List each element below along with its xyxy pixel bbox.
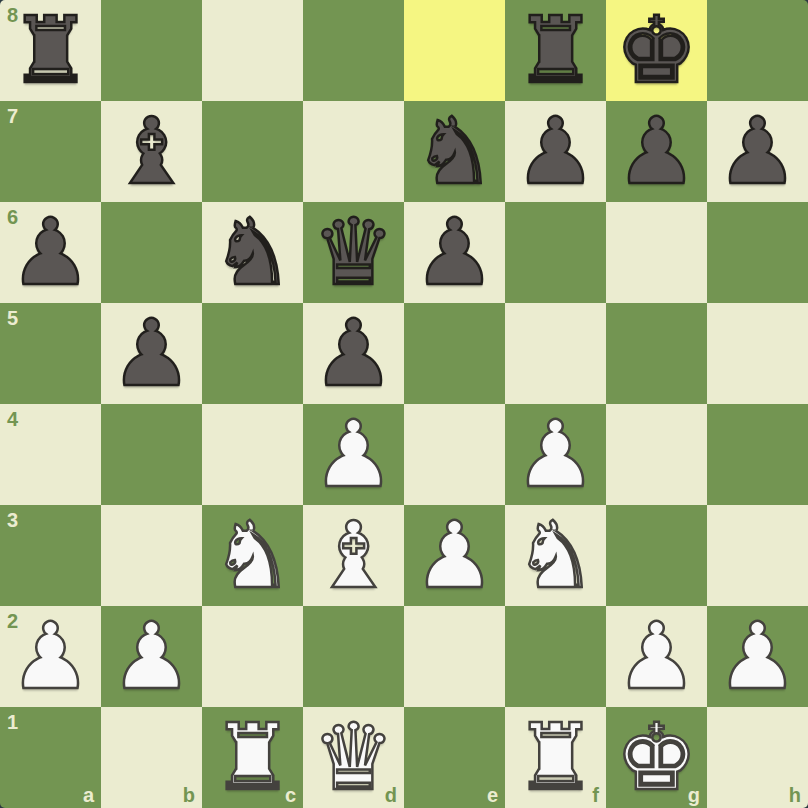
square-a2[interactable]: 2♟ <box>0 606 101 707</box>
square-f3[interactable]: ♞ <box>505 505 606 606</box>
square-c4[interactable] <box>202 404 303 505</box>
black-king-g8[interactable]: ♚ <box>606 0 707 101</box>
white-pawn-g2[interactable]: ♟ <box>606 606 707 707</box>
square-h7[interactable]: ♟ <box>707 101 808 202</box>
square-c6[interactable]: ♞ <box>202 202 303 303</box>
square-e3[interactable]: ♟ <box>404 505 505 606</box>
square-d3[interactable]: ♝ <box>303 505 404 606</box>
black-knight-e7[interactable]: ♞ <box>404 101 505 202</box>
square-c8[interactable] <box>202 0 303 101</box>
square-h3[interactable] <box>707 505 808 606</box>
square-h8[interactable] <box>707 0 808 101</box>
square-h4[interactable] <box>707 404 808 505</box>
square-d5[interactable]: ♟ <box>303 303 404 404</box>
black-bishop-b7[interactable]: ♝ <box>101 101 202 202</box>
file-label-e: e <box>487 784 498 807</box>
chess-board: 8♜♜♚7♝♞♟♟♟6♟♞♛♟5♟♟4♟♟3♞♝♟♞2♟♟♟♟1abc♜d♛ef… <box>0 0 808 808</box>
square-c3[interactable]: ♞ <box>202 505 303 606</box>
square-e8[interactable] <box>404 0 505 101</box>
black-pawn-f7[interactable]: ♟ <box>505 101 606 202</box>
square-g4[interactable] <box>606 404 707 505</box>
white-pawn-b2[interactable]: ♟ <box>101 606 202 707</box>
square-b8[interactable] <box>101 0 202 101</box>
white-rook-f1[interactable]: ♜ <box>505 707 606 808</box>
file-label-a: a <box>83 784 94 807</box>
square-d7[interactable] <box>303 101 404 202</box>
black-pawn-e6[interactable]: ♟ <box>404 202 505 303</box>
square-g6[interactable] <box>606 202 707 303</box>
square-a8[interactable]: 8♜ <box>0 0 101 101</box>
square-b3[interactable] <box>101 505 202 606</box>
square-g3[interactable] <box>606 505 707 606</box>
black-pawn-h7[interactable]: ♟ <box>707 101 808 202</box>
square-d4[interactable]: ♟ <box>303 404 404 505</box>
rank-label-3: 3 <box>7 509 18 532</box>
square-f6[interactable] <box>505 202 606 303</box>
square-d2[interactable] <box>303 606 404 707</box>
square-a7[interactable]: 7 <box>0 101 101 202</box>
square-c5[interactable] <box>202 303 303 404</box>
file-label-b: b <box>183 784 195 807</box>
black-queen-d6[interactable]: ♛ <box>303 202 404 303</box>
square-d8[interactable] <box>303 0 404 101</box>
square-e4[interactable] <box>404 404 505 505</box>
square-c1[interactable]: c♜ <box>202 707 303 808</box>
square-e5[interactable] <box>404 303 505 404</box>
square-b4[interactable] <box>101 404 202 505</box>
square-h2[interactable]: ♟ <box>707 606 808 707</box>
rank-label-1: 1 <box>7 711 18 734</box>
black-knight-c6[interactable]: ♞ <box>202 202 303 303</box>
square-d6[interactable]: ♛ <box>303 202 404 303</box>
white-queen-d1[interactable]: ♛ <box>303 707 404 808</box>
square-h1[interactable]: h <box>707 707 808 808</box>
square-h5[interactable] <box>707 303 808 404</box>
white-king-g1[interactable]: ♚ <box>606 707 707 808</box>
square-b7[interactable]: ♝ <box>101 101 202 202</box>
square-d1[interactable]: d♛ <box>303 707 404 808</box>
square-c2[interactable] <box>202 606 303 707</box>
black-pawn-g7[interactable]: ♟ <box>606 101 707 202</box>
square-f1[interactable]: f♜ <box>505 707 606 808</box>
square-e1[interactable]: e <box>404 707 505 808</box>
square-a1[interactable]: 1a <box>0 707 101 808</box>
white-pawn-a2[interactable]: ♟ <box>0 606 101 707</box>
rank-label-5: 5 <box>7 307 18 330</box>
white-pawn-h2[interactable]: ♟ <box>707 606 808 707</box>
square-g5[interactable] <box>606 303 707 404</box>
square-f7[interactable]: ♟ <box>505 101 606 202</box>
square-g1[interactable]: g♚ <box>606 707 707 808</box>
rank-label-4: 4 <box>7 408 18 431</box>
square-a5[interactable]: 5 <box>0 303 101 404</box>
square-f5[interactable] <box>505 303 606 404</box>
square-a3[interactable]: 3 <box>0 505 101 606</box>
white-pawn-e3[interactable]: ♟ <box>404 505 505 606</box>
black-pawn-b5[interactable]: ♟ <box>101 303 202 404</box>
square-b6[interactable] <box>101 202 202 303</box>
square-f2[interactable] <box>505 606 606 707</box>
white-rook-c1[interactable]: ♜ <box>202 707 303 808</box>
white-pawn-d4[interactable]: ♟ <box>303 404 404 505</box>
black-rook-a8[interactable]: ♜ <box>0 0 101 101</box>
square-f4[interactable]: ♟ <box>505 404 606 505</box>
square-b5[interactable]: ♟ <box>101 303 202 404</box>
white-bishop-d3[interactable]: ♝ <box>303 505 404 606</box>
white-knight-c3[interactable]: ♞ <box>202 505 303 606</box>
white-pawn-f4[interactable]: ♟ <box>505 404 606 505</box>
square-b1[interactable]: b <box>101 707 202 808</box>
square-c7[interactable] <box>202 101 303 202</box>
black-pawn-a6[interactable]: ♟ <box>0 202 101 303</box>
rank-label-7: 7 <box>7 105 18 128</box>
file-label-h: h <box>789 784 801 807</box>
square-g2[interactable]: ♟ <box>606 606 707 707</box>
square-f8[interactable]: ♜ <box>505 0 606 101</box>
square-e2[interactable] <box>404 606 505 707</box>
square-a6[interactable]: 6♟ <box>0 202 101 303</box>
square-h6[interactable] <box>707 202 808 303</box>
square-e7[interactable]: ♞ <box>404 101 505 202</box>
square-g7[interactable]: ♟ <box>606 101 707 202</box>
black-rook-f8[interactable]: ♜ <box>505 0 606 101</box>
square-a4[interactable]: 4 <box>0 404 101 505</box>
white-knight-f3[interactable]: ♞ <box>505 505 606 606</box>
square-g8[interactable]: ♚ <box>606 0 707 101</box>
square-b2[interactable]: ♟ <box>101 606 202 707</box>
square-e6[interactable]: ♟ <box>404 202 505 303</box>
black-pawn-d5[interactable]: ♟ <box>303 303 404 404</box>
